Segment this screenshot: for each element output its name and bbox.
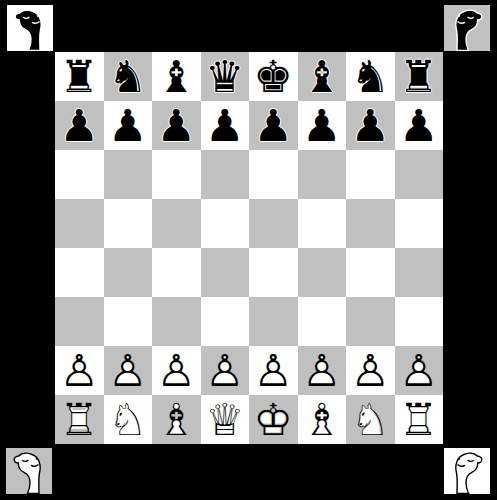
square-b5[interactable] [104, 199, 153, 248]
black-pawn: ♟ [104, 101, 153, 150]
white-pawn: ♙ [201, 346, 250, 395]
square-g1[interactable]: ♞♘ [346, 395, 395, 444]
square-g6[interactable] [346, 150, 395, 199]
white-king: ♔ [249, 395, 298, 444]
square-b4[interactable] [104, 248, 153, 297]
square-f8[interactable]: ♝ [298, 52, 347, 101]
square-h5[interactable] [395, 199, 444, 248]
square-d3[interactable] [201, 297, 250, 346]
white-camel-head-icon [6, 448, 52, 494]
square-f6[interactable] [298, 150, 347, 199]
white-knight: ♘ [346, 395, 395, 444]
black-pawn: ♟ [395, 101, 444, 150]
square-a7[interactable]: ♟ [55, 101, 104, 150]
chess-app-window: ♜♞♝♛♚♝♞♜♟♟♟♟♟♟♟♟♟♙♟♙♟♙♟♙♟♙♟♙♟♙♟♙♜♖♞♘♝♗♛♕… [0, 0, 497, 500]
black-camel-head-icon [7, 5, 53, 51]
square-h6[interactable] [395, 150, 444, 199]
square-a3[interactable] [55, 297, 104, 346]
square-h3[interactable] [395, 297, 444, 346]
square-h4[interactable] [395, 248, 444, 297]
square-g3[interactable] [346, 297, 395, 346]
square-h7[interactable]: ♟ [395, 101, 444, 150]
square-e5[interactable] [249, 199, 298, 248]
square-d1[interactable]: ♛♕ [201, 395, 250, 444]
black-knight: ♞ [346, 52, 395, 101]
black-pawn: ♟ [249, 101, 298, 150]
black-pawn: ♟ [152, 101, 201, 150]
square-a2[interactable]: ♟♙ [55, 346, 104, 395]
square-a6[interactable] [55, 150, 104, 199]
white-pawn: ♙ [249, 346, 298, 395]
white-knight: ♘ [104, 395, 153, 444]
square-c5[interactable] [152, 199, 201, 248]
square-e4[interactable] [249, 248, 298, 297]
square-d7[interactable]: ♟ [201, 101, 250, 150]
square-d2[interactable]: ♟♙ [201, 346, 250, 395]
black-knight: ♞ [104, 52, 153, 101]
square-g8[interactable]: ♞ [346, 52, 395, 101]
square-b8[interactable]: ♞ [104, 52, 153, 101]
square-b6[interactable] [104, 150, 153, 199]
white-pawn: ♙ [55, 346, 104, 395]
black-bishop: ♝ [298, 52, 347, 101]
black-pawn: ♟ [201, 101, 250, 150]
black-king: ♚ [249, 52, 298, 101]
square-h2[interactable]: ♟♙ [395, 346, 444, 395]
square-a5[interactable] [55, 199, 104, 248]
chess-board: ♜♞♝♛♚♝♞♜♟♟♟♟♟♟♟♟♟♙♟♙♟♙♟♙♟♙♟♙♟♙♟♙♜♖♞♘♝♗♛♕… [55, 52, 443, 444]
square-b3[interactable] [104, 297, 153, 346]
square-c1[interactable]: ♝♗ [152, 395, 201, 444]
white-pawn: ♙ [395, 346, 444, 395]
square-h8[interactable]: ♜ [395, 52, 444, 101]
square-e8[interactable]: ♚ [249, 52, 298, 101]
square-f5[interactable] [298, 199, 347, 248]
square-e1[interactable]: ♚♔ [249, 395, 298, 444]
square-c2[interactable]: ♟♙ [152, 346, 201, 395]
white-rook: ♖ [55, 395, 104, 444]
square-d6[interactable] [201, 150, 250, 199]
square-c8[interactable]: ♝ [152, 52, 201, 101]
square-b2[interactable]: ♟♙ [104, 346, 153, 395]
square-a1[interactable]: ♜♖ [55, 395, 104, 444]
black-queen: ♛ [201, 52, 250, 101]
black-pawn: ♟ [346, 101, 395, 150]
square-g2[interactable]: ♟♙ [346, 346, 395, 395]
white-queen: ♕ [201, 395, 250, 444]
square-d5[interactable] [201, 199, 250, 248]
black-rook: ♜ [55, 52, 104, 101]
white-camel-head-icon [444, 448, 490, 494]
black-bishop: ♝ [152, 52, 201, 101]
black-pawn: ♟ [298, 101, 347, 150]
square-b7[interactable]: ♟ [104, 101, 153, 150]
square-f4[interactable] [298, 248, 347, 297]
square-g4[interactable] [346, 248, 395, 297]
white-pawn: ♙ [104, 346, 153, 395]
square-f7[interactable]: ♟ [298, 101, 347, 150]
black-pawn: ♟ [55, 101, 104, 150]
square-e6[interactable] [249, 150, 298, 199]
square-c4[interactable] [152, 248, 201, 297]
square-f1[interactable]: ♝♗ [298, 395, 347, 444]
white-rook: ♖ [395, 395, 444, 444]
square-d4[interactable] [201, 248, 250, 297]
square-g7[interactable]: ♟ [346, 101, 395, 150]
square-b1[interactable]: ♞♘ [104, 395, 153, 444]
white-pawn: ♙ [298, 346, 347, 395]
white-bishop: ♗ [298, 395, 347, 444]
square-e2[interactable]: ♟♙ [249, 346, 298, 395]
square-f2[interactable]: ♟♙ [298, 346, 347, 395]
white-pawn: ♙ [346, 346, 395, 395]
square-a8[interactable]: ♜ [55, 52, 104, 101]
white-bishop: ♗ [152, 395, 201, 444]
square-c6[interactable] [152, 150, 201, 199]
black-camel-head-icon [444, 5, 490, 51]
square-f3[interactable] [298, 297, 347, 346]
square-e7[interactable]: ♟ [249, 101, 298, 150]
square-h1[interactable]: ♜♖ [395, 395, 444, 444]
square-c7[interactable]: ♟ [152, 101, 201, 150]
black-rook: ♜ [395, 52, 444, 101]
square-d8[interactable]: ♛ [201, 52, 250, 101]
square-e3[interactable] [249, 297, 298, 346]
white-pawn: ♙ [152, 346, 201, 395]
square-g5[interactable] [346, 199, 395, 248]
square-c3[interactable] [152, 297, 201, 346]
square-a4[interactable] [55, 248, 104, 297]
